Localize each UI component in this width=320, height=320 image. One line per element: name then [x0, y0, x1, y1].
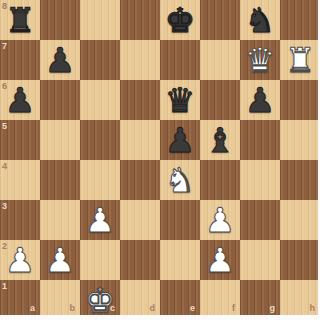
square-e6[interactable]: ♛ — [160, 80, 200, 120]
square-b6[interactable] — [40, 80, 80, 120]
square-g5[interactable] — [240, 120, 280, 160]
square-f3[interactable]: ♟ — [200, 200, 240, 240]
square-b1[interactable]: b — [40, 280, 80, 320]
file-label-d: d — [150, 304, 156, 313]
square-d4[interactable] — [120, 160, 160, 200]
page-margin-bottom — [0, 315, 320, 320]
square-c4[interactable] — [80, 160, 120, 200]
square-c8[interactable] — [80, 0, 120, 40]
square-d6[interactable] — [120, 80, 160, 120]
square-h2[interactable] — [280, 240, 320, 280]
square-g4[interactable] — [240, 160, 280, 200]
square-c5[interactable] — [80, 120, 120, 160]
square-f6[interactable] — [200, 80, 240, 120]
square-g1[interactable]: g — [240, 280, 280, 320]
file-label-a: a — [30, 304, 35, 313]
piece-black-bishop[interactable]: ♝ — [200, 120, 240, 160]
piece-black-rook[interactable]: ♜ — [0, 0, 40, 40]
square-d7[interactable] — [120, 40, 160, 80]
square-f4[interactable] — [200, 160, 240, 200]
square-h1[interactable]: h — [280, 280, 320, 320]
piece-black-queen[interactable]: ♛ — [160, 80, 200, 120]
square-e7[interactable] — [160, 40, 200, 80]
square-d1[interactable]: d — [120, 280, 160, 320]
square-f7[interactable] — [200, 40, 240, 80]
file-label-e: e — [190, 304, 195, 313]
square-a6[interactable]: 6♟ — [0, 80, 40, 120]
square-c1[interactable]: c♚ — [80, 280, 120, 320]
square-g3[interactable] — [240, 200, 280, 240]
square-b5[interactable] — [40, 120, 80, 160]
piece-black-pawn[interactable]: ♟ — [160, 120, 200, 160]
rank-label-1: 1 — [2, 282, 7, 291]
square-g2[interactable] — [240, 240, 280, 280]
chess-board: 8♜♚♞7♟♛♜6♟♛♟5♟♝4♞3♟♟2♟♟♟1abc♚defgh — [0, 0, 320, 320]
chess-board-page: 8♜♚♞7♟♛♜6♟♛♟5♟♝4♞3♟♟2♟♟♟1abc♚defgh — [0, 0, 320, 320]
square-e8[interactable]: ♚ — [160, 0, 200, 40]
piece-white-pawn[interactable]: ♟ — [40, 240, 80, 280]
square-c3[interactable]: ♟ — [80, 200, 120, 240]
square-d3[interactable] — [120, 200, 160, 240]
square-h4[interactable] — [280, 160, 320, 200]
square-c6[interactable] — [80, 80, 120, 120]
piece-black-pawn[interactable]: ♟ — [40, 40, 80, 80]
piece-white-pawn[interactable]: ♟ — [0, 240, 40, 280]
square-a3[interactable]: 3 — [0, 200, 40, 240]
piece-white-knight[interactable]: ♞ — [160, 160, 200, 200]
file-label-g: g — [270, 304, 276, 313]
piece-white-rook[interactable]: ♜ — [280, 40, 320, 80]
square-h7[interactable]: ♜ — [280, 40, 320, 80]
square-d5[interactable] — [120, 120, 160, 160]
square-a1[interactable]: 1a — [0, 280, 40, 320]
square-a4[interactable]: 4 — [0, 160, 40, 200]
square-b4[interactable] — [40, 160, 80, 200]
file-label-f: f — [232, 304, 235, 313]
square-a5[interactable]: 5 — [0, 120, 40, 160]
square-g6[interactable]: ♟ — [240, 80, 280, 120]
square-e5[interactable]: ♟ — [160, 120, 200, 160]
square-h8[interactable] — [280, 0, 320, 40]
piece-white-queen[interactable]: ♛ — [240, 40, 280, 80]
square-d2[interactable] — [120, 240, 160, 280]
square-f8[interactable] — [200, 0, 240, 40]
square-h5[interactable] — [280, 120, 320, 160]
square-f5[interactable]: ♝ — [200, 120, 240, 160]
square-h6[interactable] — [280, 80, 320, 120]
piece-black-knight[interactable]: ♞ — [240, 0, 280, 40]
piece-white-pawn[interactable]: ♟ — [80, 200, 120, 240]
rank-label-5: 5 — [2, 122, 7, 131]
square-f1[interactable]: f — [200, 280, 240, 320]
square-b8[interactable] — [40, 0, 80, 40]
square-c7[interactable] — [80, 40, 120, 80]
square-a7[interactable]: 7 — [0, 40, 40, 80]
square-e4[interactable]: ♞ — [160, 160, 200, 200]
square-h3[interactable] — [280, 200, 320, 240]
square-g8[interactable]: ♞ — [240, 0, 280, 40]
square-g7[interactable]: ♛ — [240, 40, 280, 80]
square-b2[interactable]: ♟ — [40, 240, 80, 280]
square-a8[interactable]: 8♜ — [0, 0, 40, 40]
square-a2[interactable]: 2♟ — [0, 240, 40, 280]
square-d8[interactable] — [120, 0, 160, 40]
rank-label-7: 7 — [2, 42, 7, 51]
piece-white-pawn[interactable]: ♟ — [200, 240, 240, 280]
square-b7[interactable]: ♟ — [40, 40, 80, 80]
piece-white-king[interactable]: ♚ — [80, 280, 120, 320]
piece-black-pawn[interactable]: ♟ — [0, 80, 40, 120]
square-e3[interactable] — [160, 200, 200, 240]
square-e2[interactable] — [160, 240, 200, 280]
rank-label-4: 4 — [2, 162, 7, 171]
piece-white-pawn[interactable]: ♟ — [200, 200, 240, 240]
rank-label-3: 3 — [2, 202, 7, 211]
square-b3[interactable] — [40, 200, 80, 240]
file-label-h: h — [310, 304, 316, 313]
piece-black-pawn[interactable]: ♟ — [240, 80, 280, 120]
square-c2[interactable] — [80, 240, 120, 280]
piece-black-king[interactable]: ♚ — [160, 0, 200, 40]
square-f2[interactable]: ♟ — [200, 240, 240, 280]
file-label-b: b — [70, 304, 76, 313]
square-e1[interactable]: e — [160, 280, 200, 320]
